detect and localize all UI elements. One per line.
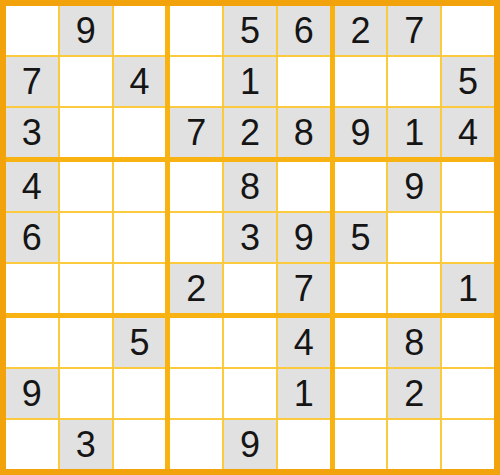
cell-r9c5[interactable]: 9	[224, 420, 276, 469]
cell-r5c6[interactable]: 9	[278, 213, 330, 262]
cell-r3c4[interactable]: 7	[170, 108, 222, 157]
cell-r2c4[interactable]	[170, 57, 222, 106]
cell-r9c4[interactable]	[170, 420, 222, 469]
cell-r4c4[interactable]	[170, 162, 222, 211]
cell-r1c1[interactable]	[6, 6, 58, 55]
cell-r4c8[interactable]: 9	[388, 162, 440, 211]
cell-r1c4[interactable]	[170, 6, 222, 55]
cell-r4c2[interactable]	[60, 162, 112, 211]
cell-r6c5[interactable]	[224, 264, 276, 313]
cell-r7c9[interactable]	[442, 318, 494, 367]
cell-r9c3[interactable]	[114, 420, 166, 469]
cell-r8c6[interactable]: 1	[278, 369, 330, 418]
cell-r7c3[interactable]: 5	[114, 318, 166, 367]
cell-r6c1[interactable]	[6, 264, 58, 313]
cell-r2c2[interactable]	[60, 57, 112, 106]
cell-r2c5[interactable]: 1	[224, 57, 276, 106]
cell-r8c5[interactable]	[224, 369, 276, 418]
cell-r9c1[interactable]	[6, 420, 58, 469]
cell-r7c8[interactable]: 8	[388, 318, 440, 367]
cell-r6c8[interactable]	[388, 264, 440, 313]
cell-r5c8[interactable]	[388, 213, 440, 262]
cell-r9c9[interactable]	[442, 420, 494, 469]
cell-r5c2[interactable]	[60, 213, 112, 262]
cell-r7c2[interactable]	[60, 318, 112, 367]
cell-r1c2[interactable]: 9	[60, 6, 112, 55]
cell-r6c4[interactable]: 2	[170, 264, 222, 313]
cell-r2c9[interactable]: 5	[442, 57, 494, 106]
cell-r8c8[interactable]: 2	[388, 369, 440, 418]
cell-r4c7[interactable]	[335, 162, 387, 211]
cell-r7c1[interactable]	[6, 318, 58, 367]
cell-r2c7[interactable]	[335, 57, 387, 106]
cell-r6c9[interactable]: 1	[442, 264, 494, 313]
cell-r3c9[interactable]: 4	[442, 108, 494, 157]
cell-r3c8[interactable]: 1	[388, 108, 440, 157]
cell-r3c3[interactable]	[114, 108, 166, 157]
cell-r2c1[interactable]: 7	[6, 57, 58, 106]
cell-r2c3[interactable]: 4	[114, 57, 166, 106]
cell-r4c6[interactable]	[278, 162, 330, 211]
cell-r4c5[interactable]: 8	[224, 162, 276, 211]
cell-r5c3[interactable]	[114, 213, 166, 262]
sudoku-board: 9562774153728914489639527154891239	[0, 0, 500, 475]
cell-r4c1[interactable]: 4	[6, 162, 58, 211]
cell-r9c7[interactable]	[335, 420, 387, 469]
cell-r9c8[interactable]	[388, 420, 440, 469]
cell-r1c6[interactable]: 6	[278, 6, 330, 55]
cell-r4c9[interactable]	[442, 162, 494, 211]
cell-r6c6[interactable]: 7	[278, 264, 330, 313]
cell-r8c1[interactable]: 9	[6, 369, 58, 418]
cell-r9c2[interactable]: 3	[60, 420, 112, 469]
cell-r5c5[interactable]: 3	[224, 213, 276, 262]
cell-r8c4[interactable]	[170, 369, 222, 418]
cell-r6c3[interactable]	[114, 264, 166, 313]
cell-r1c8[interactable]: 7	[388, 6, 440, 55]
cell-r3c1[interactable]: 3	[6, 108, 58, 157]
cell-r2c8[interactable]	[388, 57, 440, 106]
cell-r5c9[interactable]	[442, 213, 494, 262]
cell-r7c6[interactable]: 4	[278, 318, 330, 367]
cell-r1c9[interactable]	[442, 6, 494, 55]
cell-r8c2[interactable]	[60, 369, 112, 418]
cell-r9c6[interactable]	[278, 420, 330, 469]
cell-r1c7[interactable]: 2	[335, 6, 387, 55]
cell-r3c6[interactable]: 8	[278, 108, 330, 157]
cell-r8c9[interactable]	[442, 369, 494, 418]
cell-r3c7[interactable]: 9	[335, 108, 387, 157]
cell-r7c4[interactable]	[170, 318, 222, 367]
cell-r1c5[interactable]: 5	[224, 6, 276, 55]
cell-r7c5[interactable]	[224, 318, 276, 367]
cell-r6c7[interactable]	[335, 264, 387, 313]
cell-r3c5[interactable]: 2	[224, 108, 276, 157]
cell-r4c3[interactable]	[114, 162, 166, 211]
cell-r5c4[interactable]	[170, 213, 222, 262]
cell-r8c7[interactable]	[335, 369, 387, 418]
cell-r2c6[interactable]	[278, 57, 330, 106]
cell-r6c2[interactable]	[60, 264, 112, 313]
cell-r8c3[interactable]	[114, 369, 166, 418]
cell-r1c3[interactable]	[114, 6, 166, 55]
cell-r5c1[interactable]: 6	[6, 213, 58, 262]
cell-r7c7[interactable]	[335, 318, 387, 367]
cell-r3c2[interactable]	[60, 108, 112, 157]
cell-r5c7[interactable]: 5	[335, 213, 387, 262]
